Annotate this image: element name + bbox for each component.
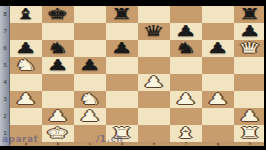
rank-coordinate-strip: 87654321 — [0, 6, 10, 146]
watermark-text: /1.ch — [96, 134, 123, 144]
square-b1: ♚ — [42, 125, 74, 142]
square-b2: ♟ — [42, 108, 74, 125]
square-f2 — [170, 108, 202, 125]
square-d8: ♜ — [106, 6, 138, 23]
square-c3: ♞ — [74, 91, 106, 108]
piece-black-knight-b6: ♞ — [47, 40, 70, 57]
square-b6: ♞ — [42, 40, 74, 57]
square-f5 — [170, 57, 202, 74]
piece-white-pawn-c2: ♟ — [79, 108, 102, 125]
square-c8 — [74, 6, 106, 23]
piece-white-knight-a5: ♞ — [15, 57, 38, 74]
square-e4: ♟ — [138, 74, 170, 91]
piece-black-pawn-c5: ♟ — [79, 57, 102, 74]
file-label-b: b — [48, 143, 67, 145]
square-c6 — [74, 40, 106, 57]
square-h8: ♜ — [234, 6, 266, 23]
piece-black-rook-d8: ♜ — [111, 6, 134, 23]
rank-label-6: 6 — [2, 43, 9, 55]
rank-label-3: 3 — [2, 94, 9, 106]
square-c7 — [74, 23, 106, 40]
piece-white-king-b1: ♚ — [47, 125, 70, 142]
piece-white-pawn-e4: ♟ — [143, 74, 166, 91]
piece-white-pawn-b2: ♟ — [47, 108, 70, 125]
rank-label-2: 2 — [2, 111, 9, 123]
square-d3 — [106, 91, 138, 108]
square-g5 — [202, 57, 234, 74]
piece-black-pawn-b5: ♟ — [47, 57, 70, 74]
piece-black-pawn-g6: ♟ — [207, 40, 230, 57]
square-b7 — [42, 23, 74, 40]
square-e2 — [138, 108, 170, 125]
rank-label-4: 4 — [2, 77, 9, 89]
square-d4 — [106, 74, 138, 91]
piece-black-queen-e7: ♛ — [143, 23, 166, 40]
piece-white-bishop-f1: ♝ — [175, 125, 198, 142]
video-thumbnail: 87654321 ♝♚♜♜♛♟♟♟♞♟♞♟♛♞♟♟♟♟♞♟♟♟♟♟♚♜♝♜ ab… — [0, 0, 266, 150]
square-f8 — [170, 6, 202, 23]
square-g3: ♟ — [202, 91, 234, 108]
square-g7 — [202, 23, 234, 40]
square-h5 — [234, 57, 266, 74]
file-label-f: f — [176, 143, 195, 145]
square-h2: ♟ — [234, 108, 266, 125]
piece-white-pawn-h2: ♟ — [239, 108, 262, 125]
square-h4 — [234, 74, 266, 91]
square-b3 — [42, 91, 74, 108]
piece-black-pawn-a6: ♟ — [15, 40, 38, 57]
square-a2 — [10, 108, 42, 125]
piece-white-pawn-g3: ♟ — [207, 91, 230, 108]
piece-white-rook-h1: ♜ — [239, 125, 262, 142]
piece-white-knight-c3: ♞ — [79, 91, 102, 108]
piece-white-pawn-f3: ♟ — [175, 91, 198, 108]
rank-label-7: 7 — [2, 26, 9, 38]
square-g8 — [202, 6, 234, 23]
rank-label-5: 5 — [2, 60, 9, 72]
square-f7: ♟ — [170, 23, 202, 40]
piece-black-pawn-f7: ♟ — [175, 23, 198, 40]
square-c4 — [74, 74, 106, 91]
square-a6: ♟ — [10, 40, 42, 57]
piece-white-queen-h6: ♛ — [239, 40, 262, 57]
square-a8: ♝ — [10, 6, 42, 23]
piece-black-knight-f6: ♞ — [175, 40, 198, 57]
square-d6: ♟ — [106, 40, 138, 57]
square-d5 — [106, 57, 138, 74]
square-h7: ♟ — [234, 23, 266, 40]
square-e5 — [138, 57, 170, 74]
square-a5: ♞ — [10, 57, 42, 74]
piece-white-pawn-a3: ♟ — [15, 91, 38, 108]
square-b4 — [42, 74, 74, 91]
square-g4 — [202, 74, 234, 91]
square-h3 — [234, 91, 266, 108]
square-g2 — [202, 108, 234, 125]
file-label-g: g — [208, 143, 227, 145]
square-f1: ♝ — [170, 125, 202, 142]
square-h6: ♛ — [234, 40, 266, 57]
square-a4 — [10, 74, 42, 91]
chess-board: ♝♚♜♜♛♟♟♟♞♟♞♟♛♞♟♟♟♟♞♟♟♟♟♟♚♜♝♜ — [10, 6, 266, 142]
square-e8 — [138, 6, 170, 23]
piece-black-rook-h8: ♜ — [239, 6, 262, 23]
square-e3 — [138, 91, 170, 108]
square-a3: ♟ — [10, 91, 42, 108]
square-f3: ♟ — [170, 91, 202, 108]
piece-black-pawn-d6: ♟ — [111, 40, 134, 57]
square-a7 — [10, 23, 42, 40]
piece-black-bishop-a8: ♝ — [15, 6, 38, 23]
letterbox-bottom — [0, 146, 266, 150]
square-c2: ♟ — [74, 108, 106, 125]
square-f4 — [170, 74, 202, 91]
square-c5: ♟ — [74, 57, 106, 74]
file-label-e: e — [144, 143, 163, 145]
square-b8: ♚ — [42, 6, 74, 23]
square-e1 — [138, 125, 170, 142]
square-d2 — [106, 108, 138, 125]
piece-black-pawn-h7: ♟ — [239, 23, 262, 40]
square-g1 — [202, 125, 234, 142]
square-h1: ♜ — [234, 125, 266, 142]
watermark-text: aparat — [2, 134, 38, 144]
square-d7 — [106, 23, 138, 40]
square-g6: ♟ — [202, 40, 234, 57]
square-f6: ♞ — [170, 40, 202, 57]
letterbox-right — [264, 6, 266, 146]
square-e7: ♛ — [138, 23, 170, 40]
file-label-h: h — [240, 143, 259, 145]
rank-label-8: 8 — [2, 9, 9, 21]
square-e6 — [138, 40, 170, 57]
piece-black-king-b8: ♚ — [47, 6, 70, 23]
square-b5: ♟ — [42, 57, 74, 74]
